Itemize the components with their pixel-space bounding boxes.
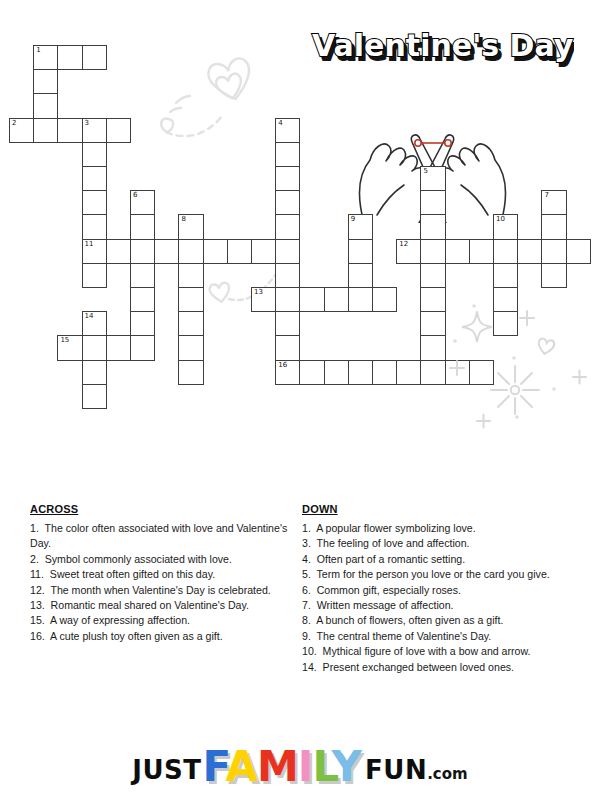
grid-cell[interactable]: 2 — [9, 118, 34, 143]
grid-cell[interactable]: 9 — [348, 214, 373, 239]
clue-item: 9. The central theme of Valentine's Day. — [302, 629, 594, 644]
clue-item: 5. Term for the person you love or the c… — [302, 567, 594, 582]
grid-cell[interactable] — [82, 166, 107, 191]
clue-item: 10. Mythical figure of love with a bow a… — [302, 644, 594, 659]
clue-item: 12. The month when Valentine's Day is ce… — [30, 583, 302, 598]
grid-cell[interactable] — [420, 190, 445, 215]
grid-cell[interactable]: 4 — [275, 118, 300, 143]
logo-letter: L — [312, 742, 331, 791]
grid-cell[interactable] — [372, 360, 397, 385]
logo-fun: FUN — [365, 755, 427, 785]
logo-letter: A — [225, 742, 257, 791]
grid-cell[interactable] — [348, 263, 373, 288]
grid-cell[interactable]: 6 — [130, 190, 155, 215]
grid-cell[interactable]: 11 — [82, 239, 107, 264]
cell-number: 6 — [133, 191, 137, 199]
logo-letter: Y — [332, 742, 361, 791]
down-clue-list: 1. A popular flower symbolizing love.3. … — [302, 521, 594, 675]
grid-cell[interactable] — [154, 239, 179, 264]
grid-cell[interactable] — [493, 311, 518, 336]
grid-cell[interactable] — [130, 263, 155, 288]
cell-number: 10 — [496, 215, 505, 223]
grid-cell[interactable] — [275, 239, 300, 264]
across-header: ACROSS — [30, 503, 302, 515]
grid-cell[interactable] — [130, 287, 155, 312]
grid-cell[interactable] — [178, 263, 203, 288]
grid-cell[interactable] — [130, 239, 155, 264]
logo-letter: I — [298, 742, 313, 791]
grid-cell[interactable] — [275, 263, 300, 288]
grid-cell[interactable] — [372, 287, 397, 312]
grid-cell[interactable] — [178, 311, 203, 336]
logo-family: FAMILY — [203, 742, 361, 791]
grid-cell[interactable]: 16 — [275, 360, 300, 385]
clue-item: 15. A way of expressing affection. — [30, 613, 302, 628]
cell-number: 14 — [85, 312, 94, 320]
grid-cell[interactable] — [275, 214, 300, 239]
grid-cell[interactable] — [541, 214, 566, 239]
grid-cell[interactable] — [275, 166, 300, 191]
grid-cell[interactable] — [82, 214, 107, 239]
grid-cell[interactable] — [420, 360, 445, 385]
cell-number: 8 — [181, 215, 185, 223]
grid-cell[interactable] — [493, 239, 518, 264]
grid-cell[interactable] — [57, 45, 82, 70]
grid-cell[interactable] — [275, 190, 300, 215]
grid-cell[interactable] — [275, 311, 300, 336]
clue-item: 7. Written message of affection. — [302, 598, 594, 613]
clue-item: 3. The feeling of love and affection. — [302, 536, 594, 551]
cell-number: 5 — [423, 167, 427, 175]
grid-cell[interactable] — [82, 45, 107, 70]
crossword-grid: 12345678910111213141516 — [9, 45, 591, 409]
grid-cell[interactable] — [82, 190, 107, 215]
grid-cell[interactable] — [275, 335, 300, 360]
cell-number: 9 — [351, 215, 355, 223]
grid-cell[interactable]: 10 — [493, 214, 518, 239]
grid-cell[interactable] — [566, 239, 591, 264]
down-header: DOWN — [302, 503, 594, 515]
grid-cell[interactable] — [469, 360, 494, 385]
grid-cell[interactable] — [82, 384, 107, 409]
clue-item: 16. A cute plush toy often given as a gi… — [30, 629, 302, 644]
grid-cell[interactable] — [178, 239, 203, 264]
clue-item: 1. A popular flower symbolizing love. — [302, 521, 594, 536]
grid-cell[interactable] — [33, 69, 58, 94]
clue-item: 11. Sweet treat often gifted on this day… — [30, 567, 302, 582]
clue-item: 2. Symbol commonly associated with love. — [30, 552, 302, 567]
cell-number: 7 — [544, 191, 548, 199]
clue-item: 6. Common gift, especially roses. — [302, 583, 594, 598]
grid-cell[interactable] — [420, 311, 445, 336]
grid-cell[interactable] — [130, 311, 155, 336]
grid-cell[interactable] — [275, 287, 300, 312]
cell-number: 13 — [254, 288, 263, 296]
logo-letter: F — [203, 742, 226, 791]
grid-cell[interactable]: 13 — [251, 287, 276, 312]
logo-letter: M — [257, 742, 298, 791]
grid-cell[interactable] — [469, 239, 494, 264]
grid-cell[interactable] — [541, 263, 566, 288]
grid-cell[interactable] — [106, 335, 131, 360]
grid-cell[interactable] — [445, 239, 470, 264]
clue-item: 8. A bunch of flowers, often given as a … — [302, 613, 594, 628]
grid-cell[interactable] — [130, 214, 155, 239]
grid-cell[interactable] — [517, 239, 542, 264]
grid-cell[interactable]: 1 — [33, 45, 58, 70]
grid-cell[interactable] — [348, 360, 373, 385]
grid-cell[interactable] — [203, 239, 228, 264]
grid-cell[interactable] — [324, 287, 349, 312]
grid-cell[interactable] — [178, 360, 203, 385]
worksheet-page: Valentine's Day Valentine's Day 12345678… — [0, 0, 600, 800]
grid-cell[interactable] — [33, 93, 58, 118]
clue-item: 4. Often part of a romantic setting. — [302, 552, 594, 567]
grid-cell[interactable] — [493, 287, 518, 312]
grid-cell[interactable]: 14 — [82, 311, 107, 336]
logo-tld: .com — [427, 765, 468, 783]
clue-item: 14. Present exchanged between loved ones… — [302, 660, 594, 675]
cell-number: 16 — [278, 361, 287, 369]
cell-number: 2 — [12, 119, 16, 127]
grid-cell[interactable] — [445, 360, 470, 385]
grid-cell[interactable] — [106, 118, 131, 143]
cell-number: 4 — [278, 119, 282, 127]
grid-cell[interactable] — [420, 214, 445, 239]
grid-cell[interactable] — [130, 335, 155, 360]
grid-cell[interactable] — [82, 142, 107, 167]
cell-number: 15 — [60, 336, 69, 344]
cell-number: 1 — [36, 46, 40, 54]
grid-cell[interactable] — [227, 239, 252, 264]
grid-cell[interactable] — [420, 335, 445, 360]
grid-cell[interactable] — [82, 360, 107, 385]
grid-cell[interactable] — [33, 118, 58, 143]
grid-cell[interactable] — [299, 360, 324, 385]
grid-cell[interactable] — [178, 335, 203, 360]
clue-item: 1. The color often associated with love … — [30, 521, 302, 552]
grid-cell[interactable] — [541, 239, 566, 264]
clue-item: 13. Romantic meal shared on Valentine's … — [30, 598, 302, 613]
grid-cell[interactable] — [275, 142, 300, 167]
brand-logo: JUST FAMILY FUN .com — [0, 740, 600, 789]
across-clues-section: ACROSS 1. The color often associated wit… — [30, 503, 302, 644]
grid-cell[interactable] — [57, 118, 82, 143]
cell-number: 11 — [85, 240, 94, 248]
logo-just: JUST — [132, 755, 201, 785]
grid-cell[interactable] — [420, 239, 445, 264]
grid-cell[interactable] — [299, 287, 324, 312]
grid-cell[interactable]: 3 — [82, 118, 107, 143]
grid-cell[interactable] — [178, 287, 203, 312]
grid-cell[interactable]: 8 — [178, 214, 203, 239]
grid-cell[interactable] — [324, 360, 349, 385]
grid-cell[interactable] — [420, 263, 445, 288]
across-clue-list: 1. The color often associated with love … — [30, 521, 302, 644]
grid-cell[interactable] — [493, 263, 518, 288]
grid-cell[interactable]: 7 — [541, 190, 566, 215]
grid-cell[interactable]: 5 — [420, 166, 445, 191]
grid-cell[interactable] — [420, 287, 445, 312]
cell-number: 3 — [85, 119, 89, 127]
grid-cell[interactable] — [82, 335, 107, 360]
grid-cell[interactable] — [396, 360, 421, 385]
grid-cell[interactable]: 15 — [57, 335, 82, 360]
grid-cell[interactable]: 12 — [396, 239, 421, 264]
grid-cell[interactable] — [106, 239, 131, 264]
grid-cell[interactable] — [82, 263, 107, 288]
down-clues-section: DOWN 1. A popular flower symbolizing lov… — [302, 503, 594, 675]
grid-cell[interactable] — [251, 239, 276, 264]
grid-cell[interactable] — [348, 239, 373, 264]
grid-cell[interactable] — [348, 287, 373, 312]
cell-number: 12 — [399, 240, 408, 248]
